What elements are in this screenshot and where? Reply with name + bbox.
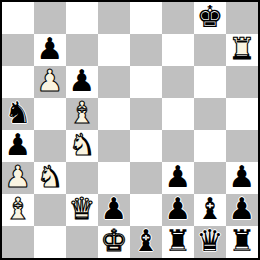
- square-g1[interactable]: ♛: [194, 226, 226, 258]
- square-f5[interactable]: [162, 98, 194, 130]
- square-d8[interactable]: [98, 2, 130, 34]
- square-e7[interactable]: [130, 34, 162, 66]
- square-h6[interactable]: [226, 66, 258, 98]
- square-c1[interactable]: [66, 226, 98, 258]
- piece-black-pawn-f3: ♟: [165, 162, 192, 192]
- piece-white-queen-c2: ♛: [69, 194, 96, 224]
- square-f4[interactable]: [162, 130, 194, 162]
- square-a2[interactable]: ♝: [2, 194, 34, 226]
- square-g5[interactable]: [194, 98, 226, 130]
- square-d1[interactable]: ♚: [98, 226, 130, 258]
- piece-white-knight-b3: ♞: [37, 162, 64, 192]
- square-f1[interactable]: ♜: [162, 226, 194, 258]
- square-f8[interactable]: [162, 2, 194, 34]
- square-g7[interactable]: [194, 34, 226, 66]
- square-c4[interactable]: ♞: [66, 130, 98, 162]
- square-b7[interactable]: ♟: [34, 34, 66, 66]
- piece-black-rook-f1: ♜: [165, 226, 192, 256]
- square-g2[interactable]: ♝: [194, 194, 226, 226]
- square-a7[interactable]: [2, 34, 34, 66]
- piece-black-bishop-g2: ♝: [197, 194, 224, 224]
- piece-black-pawn-a4: ♟: [5, 130, 32, 160]
- square-d3[interactable]: [98, 162, 130, 194]
- square-e6[interactable]: [130, 66, 162, 98]
- square-h5[interactable]: [226, 98, 258, 130]
- piece-black-pawn-d2: ♟: [101, 194, 128, 224]
- square-h1[interactable]: ♜: [226, 226, 258, 258]
- piece-black-pawn-h3: ♟: [229, 162, 256, 192]
- square-f6[interactable]: [162, 66, 194, 98]
- square-b3[interactable]: ♞: [34, 162, 66, 194]
- square-a5[interactable]: ♞: [2, 98, 34, 130]
- square-g8[interactable]: ♚: [194, 2, 226, 34]
- square-g4[interactable]: [194, 130, 226, 162]
- square-h3[interactable]: ♟: [226, 162, 258, 194]
- square-h4[interactable]: [226, 130, 258, 162]
- square-h7[interactable]: ♜: [226, 34, 258, 66]
- square-c2[interactable]: ♛: [66, 194, 98, 226]
- piece-black-pawn-c6: ♟: [69, 66, 96, 96]
- square-f7[interactable]: [162, 34, 194, 66]
- square-e1[interactable]: ♝: [130, 226, 162, 258]
- square-e3[interactable]: [130, 162, 162, 194]
- square-d2[interactable]: ♟: [98, 194, 130, 226]
- square-g3[interactable]: [194, 162, 226, 194]
- piece-black-pawn-h2: ♟: [229, 194, 256, 224]
- piece-black-rook-h1: ♜: [229, 226, 256, 256]
- piece-white-pawn-a3: ♟: [5, 162, 32, 192]
- square-a1[interactable]: [2, 226, 34, 258]
- square-c6[interactable]: ♟: [66, 66, 98, 98]
- square-a8[interactable]: [2, 2, 34, 34]
- square-d7[interactable]: [98, 34, 130, 66]
- square-b5[interactable]: [34, 98, 66, 130]
- square-b8[interactable]: [34, 2, 66, 34]
- piece-black-knight-a5: ♞: [5, 98, 32, 128]
- square-f2[interactable]: ♟: [162, 194, 194, 226]
- square-b1[interactable]: [34, 226, 66, 258]
- square-b4[interactable]: [34, 130, 66, 162]
- square-c3[interactable]: [66, 162, 98, 194]
- square-c8[interactable]: [66, 2, 98, 34]
- square-a4[interactable]: ♟: [2, 130, 34, 162]
- square-c5[interactable]: ♝: [66, 98, 98, 130]
- square-g6[interactable]: [194, 66, 226, 98]
- square-a3[interactable]: ♟: [2, 162, 34, 194]
- square-e4[interactable]: [130, 130, 162, 162]
- piece-black-queen-g1: ♛: [197, 226, 224, 256]
- piece-white-bishop-c5: ♝: [69, 98, 96, 128]
- piece-black-bishop-e1: ♝: [133, 226, 160, 256]
- piece-black-king-g8: ♚: [197, 2, 224, 32]
- square-h2[interactable]: ♟: [226, 194, 258, 226]
- square-a6[interactable]: [2, 66, 34, 98]
- square-e8[interactable]: [130, 2, 162, 34]
- square-f3[interactable]: ♟: [162, 162, 194, 194]
- square-e2[interactable]: [130, 194, 162, 226]
- square-b2[interactable]: [34, 194, 66, 226]
- piece-white-bishop-a2: ♝: [5, 194, 32, 224]
- piece-white-knight-c4: ♞: [69, 130, 96, 160]
- chess-board-frame: ♚♟♜♟♟♞♝♟♞♟♞♟♟♝♛♟♟♝♟♚♝♜♛♜: [0, 0, 260, 260]
- square-d5[interactable]: [98, 98, 130, 130]
- piece-black-pawn-b7: ♟: [37, 34, 64, 64]
- piece-white-king-d1: ♚: [101, 226, 128, 256]
- square-e5[interactable]: [130, 98, 162, 130]
- square-d4[interactable]: [98, 130, 130, 162]
- square-d6[interactable]: [98, 66, 130, 98]
- piece-black-pawn-f2: ♟: [165, 194, 192, 224]
- piece-white-rook-h7: ♜: [229, 34, 256, 64]
- square-b6[interactable]: ♟: [34, 66, 66, 98]
- square-h8[interactable]: [226, 2, 258, 34]
- piece-white-pawn-b6: ♟: [37, 66, 64, 96]
- chess-board: ♚♟♜♟♟♞♝♟♞♟♞♟♟♝♛♟♟♝♟♚♝♜♛♜: [2, 2, 258, 258]
- square-c7[interactable]: [66, 34, 98, 66]
